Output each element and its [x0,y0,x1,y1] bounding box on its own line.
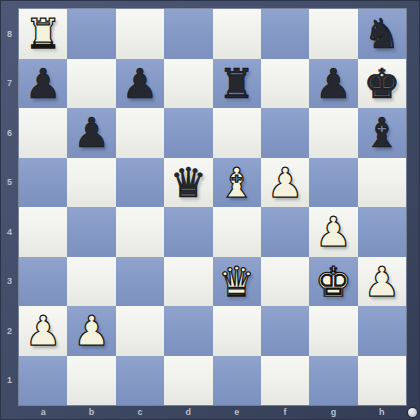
square-d5[interactable]: ♛ [164,158,212,208]
square-h7[interactable]: ♚ [358,59,406,109]
square-b3[interactable] [67,257,115,307]
square-b5[interactable] [67,158,115,208]
square-h1[interactable] [358,356,406,406]
file-label-b: b [67,405,115,420]
file-label-h: h [358,405,406,420]
rank-label-5: 5 [0,158,19,208]
square-f3[interactable] [261,257,309,307]
file-label-c: c [116,405,164,420]
white-bishop[interactable]: ♝ [218,163,255,204]
square-a3[interactable] [19,257,67,307]
rank-label-4: 4 [0,207,19,257]
white-king[interactable]: ♚ [315,262,352,303]
square-d1[interactable] [164,356,212,406]
square-c5[interactable] [116,158,164,208]
black-bishop[interactable]: ♝ [363,113,400,154]
square-g4[interactable]: ♟ [309,207,357,257]
chess-board-diagram: 87654321 ♜♞♟♟♜♟♚♟♝♛♝♟♟♛♚♟♟♟ abcdefgh [0,0,420,420]
square-a1[interactable] [19,356,67,406]
file-label-a: a [19,405,67,420]
black-pawn[interactable]: ♟ [122,64,159,105]
file-label-e: e [213,405,261,420]
square-a4[interactable] [19,207,67,257]
rank-label-3: 3 [0,257,19,307]
square-c6[interactable] [116,108,164,158]
square-c2[interactable] [116,306,164,356]
square-h5[interactable] [358,158,406,208]
rank-label-2: 2 [0,306,19,356]
square-f8[interactable] [261,9,309,59]
square-a2[interactable]: ♟ [19,306,67,356]
rank-label-1: 1 [0,356,19,406]
file-label-f: f [261,405,309,420]
square-b8[interactable] [67,9,115,59]
square-h2[interactable] [358,306,406,356]
rank-label-8: 8 [0,9,19,59]
square-d8[interactable] [164,9,212,59]
square-f5[interactable]: ♟ [261,158,309,208]
square-h3[interactable]: ♟ [358,257,406,307]
square-d2[interactable] [164,306,212,356]
square-e5[interactable]: ♝ [213,158,261,208]
white-pawn[interactable]: ♟ [363,262,400,303]
white-pawn[interactable]: ♟ [73,311,110,352]
square-g8[interactable] [309,9,357,59]
square-d3[interactable] [164,257,212,307]
square-g1[interactable] [309,356,357,406]
white-queen[interactable]: ♛ [218,262,255,303]
square-f2[interactable] [261,306,309,356]
square-g2[interactable] [309,306,357,356]
square-a5[interactable] [19,158,67,208]
black-queen[interactable]: ♛ [170,163,207,204]
square-e2[interactable] [213,306,261,356]
file-label-g: g [309,405,357,420]
square-c4[interactable] [116,207,164,257]
rank-labels: 87654321 [0,9,19,405]
black-pawn[interactable]: ♟ [25,64,62,105]
square-f1[interactable] [261,356,309,406]
square-h8[interactable]: ♞ [358,9,406,59]
black-king[interactable]: ♚ [363,64,400,105]
square-e8[interactable] [213,9,261,59]
square-d4[interactable] [164,207,212,257]
square-e1[interactable] [213,356,261,406]
square-e4[interactable] [213,207,261,257]
square-e7[interactable]: ♜ [213,59,261,109]
square-b2[interactable]: ♟ [67,306,115,356]
rank-label-7: 7 [0,59,19,109]
square-g7[interactable]: ♟ [309,59,357,109]
square-a6[interactable] [19,108,67,158]
black-rook[interactable]: ♜ [218,64,255,105]
white-pawn[interactable]: ♟ [25,311,62,352]
black-pawn[interactable]: ♟ [73,113,110,154]
rank-label-6: 6 [0,108,19,158]
square-a8[interactable]: ♜ [19,9,67,59]
black-knight[interactable]: ♞ [363,14,400,55]
white-pawn[interactable]: ♟ [315,212,352,253]
square-b6[interactable]: ♟ [67,108,115,158]
square-b4[interactable] [67,207,115,257]
square-c7[interactable]: ♟ [116,59,164,109]
square-g3[interactable]: ♚ [309,257,357,307]
square-e6[interactable] [213,108,261,158]
square-f7[interactable] [261,59,309,109]
square-a7[interactable]: ♟ [19,59,67,109]
square-c8[interactable] [116,9,164,59]
square-c3[interactable] [116,257,164,307]
black-pawn[interactable]: ♟ [315,64,352,105]
square-c1[interactable] [116,356,164,406]
file-labels: abcdefgh [19,405,406,420]
white-pawn[interactable]: ♟ [267,163,304,204]
white-to-move-indicator [408,408,417,417]
square-g6[interactable] [309,108,357,158]
square-g5[interactable] [309,158,357,208]
square-h4[interactable] [358,207,406,257]
file-label-d: d [164,405,212,420]
square-d6[interactable] [164,108,212,158]
square-b7[interactable] [67,59,115,109]
white-rook[interactable]: ♜ [25,14,62,55]
square-d7[interactable] [164,59,212,109]
square-e3[interactable]: ♛ [213,257,261,307]
square-h6[interactable]: ♝ [358,108,406,158]
square-f6[interactable] [261,108,309,158]
square-f4[interactable] [261,207,309,257]
square-b1[interactable] [67,356,115,406]
chess-board: ♜♞♟♟♜♟♚♟♝♛♝♟♟♛♚♟♟♟ [19,9,406,405]
